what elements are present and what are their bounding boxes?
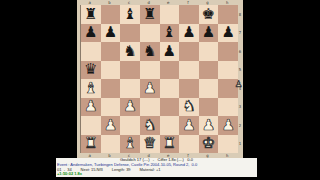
square-e5[interactable] <box>160 61 180 80</box>
square-g1[interactable]: ♚ <box>199 135 219 154</box>
white-bishop: ♝ <box>123 136 136 151</box>
square-e4[interactable] <box>160 79 180 98</box>
square-a4[interactable]: ♝ <box>81 79 101 98</box>
square-c2[interactable] <box>120 116 140 135</box>
square-h1[interactable] <box>218 135 238 154</box>
square-d3[interactable] <box>140 98 160 117</box>
square-f2[interactable]: ♟ <box>179 116 199 135</box>
square-f5[interactable] <box>179 61 199 80</box>
square-h7[interactable]: ♟ <box>218 24 238 43</box>
square-g3[interactable] <box>199 98 219 117</box>
square-a8[interactable]: ♜ <box>81 5 101 24</box>
white-pawn-material-icon: ♙ <box>234 78 243 90</box>
square-e7[interactable]: ♝ <box>160 24 180 43</box>
black-pawn: ♟ <box>104 25 117 40</box>
white-pawn: ♟ <box>123 99 136 114</box>
square-c8[interactable]: ♝ <box>120 5 140 24</box>
square-h8[interactable] <box>218 5 238 24</box>
square-b4[interactable] <box>101 79 121 98</box>
square-f1[interactable] <box>179 135 199 154</box>
black-rook: ♜ <box>143 6 156 21</box>
square-a5[interactable]: ♛ <box>81 61 101 80</box>
white-pawn: ♟ <box>143 80 156 95</box>
coord-label-5: 5 <box>237 61 243 80</box>
square-f3[interactable]: ♞ <box>179 98 199 117</box>
square-f4[interactable] <box>179 79 199 98</box>
white-queen: ♛ <box>143 136 156 151</box>
clock-line: +1:50:02 1.8x <box>56 172 257 177</box>
square-g5[interactable] <box>199 61 219 80</box>
square-d7[interactable] <box>140 24 160 43</box>
game-info-bar: Gouldich 17 (....) - Ciffer 1.8x (....) … <box>56 158 257 177</box>
black-pawn: ♟ <box>182 25 195 40</box>
black-pawn: ♟ <box>202 25 215 40</box>
square-g6[interactable] <box>199 42 219 61</box>
square-c5[interactable] <box>120 61 140 80</box>
square-a3[interactable]: ♟ <box>81 98 101 117</box>
square-g7[interactable]: ♟ <box>199 24 219 43</box>
square-a6[interactable] <box>81 42 101 61</box>
white-knight: ♞ <box>143 117 156 132</box>
white-pawn: ♟ <box>221 117 234 132</box>
black-pawn: ♟ <box>84 25 97 40</box>
black-queen: ♛ <box>84 62 97 77</box>
square-f7[interactable]: ♟ <box>179 24 199 43</box>
square-e2[interactable] <box>160 116 180 135</box>
square-c3[interactable]: ♟ <box>120 98 140 117</box>
chess-board: abcdefgh ♜♝♜♚♟♟♝♟♟♟♞♞♟♛♝♟♟♟♞♟♞♟♟♟♜♝♛♜♚ 8… <box>77 0 243 158</box>
square-d4[interactable]: ♟ <box>140 79 160 98</box>
square-b3[interactable] <box>101 98 121 117</box>
square-e6[interactable]: ♟ <box>160 42 180 61</box>
square-b5[interactable] <box>101 61 121 80</box>
white-king: ♚ <box>202 136 215 151</box>
white-pawn: ♟ <box>104 117 117 132</box>
white-rook: ♜ <box>84 136 97 151</box>
square-f6[interactable] <box>179 42 199 61</box>
square-b1[interactable] <box>101 135 121 154</box>
black-knight: ♞ <box>143 43 156 58</box>
square-g2[interactable]: ♟ <box>199 116 219 135</box>
square-a2[interactable] <box>81 116 101 135</box>
square-g4[interactable] <box>199 79 219 98</box>
square-g8[interactable]: ♚ <box>199 5 219 24</box>
black-rook: ♜ <box>84 6 97 21</box>
square-h2[interactable]: ♟ <box>218 116 238 135</box>
square-b6[interactable] <box>101 42 121 61</box>
coord-label-1: 1 <box>237 135 243 154</box>
square-c1[interactable]: ♝ <box>120 135 140 154</box>
white-rook: ♜ <box>163 136 176 151</box>
coord-label-7: 7 <box>237 24 243 43</box>
square-b2[interactable]: ♟ <box>101 116 121 135</box>
square-d2[interactable]: ♞ <box>140 116 160 135</box>
square-d8[interactable]: ♜ <box>140 5 160 24</box>
white-bishop: ♝ <box>84 80 97 95</box>
square-h6[interactable] <box>218 42 238 61</box>
coord-label-3: 3 <box>237 98 243 117</box>
video-frame: { "game": "chess", "position": { "fen": … <box>0 0 320 180</box>
coord-label-2: 2 <box>237 116 243 135</box>
square-d1[interactable]: ♛ <box>140 135 160 154</box>
black-pawn: ♟ <box>221 25 234 40</box>
black-king: ♚ <box>202 6 215 21</box>
coord-label-8: 8 <box>237 5 243 24</box>
square-c7[interactable] <box>120 24 140 43</box>
square-f8[interactable] <box>179 5 199 24</box>
square-d6[interactable]: ♞ <box>140 42 160 61</box>
white-pawn: ♟ <box>182 117 195 132</box>
black-knight: ♞ <box>123 43 136 58</box>
square-c4[interactable] <box>120 79 140 98</box>
board-grid: ♜♝♜♚♟♟♝♟♟♟♞♞♟♛♝♟♟♟♞♟♞♟♟♟♜♝♛♜♚ <box>80 5 238 153</box>
white-pawn: ♟ <box>202 117 215 132</box>
square-e3[interactable] <box>160 98 180 117</box>
white-knight: ♞ <box>182 99 195 114</box>
square-h5[interactable] <box>218 61 238 80</box>
square-b7[interactable]: ♟ <box>101 24 121 43</box>
square-c6[interactable]: ♞ <box>120 42 140 61</box>
square-h3[interactable] <box>218 98 238 117</box>
square-d5[interactable] <box>140 61 160 80</box>
black-bishop: ♝ <box>123 6 136 21</box>
square-a1[interactable]: ♜ <box>81 135 101 154</box>
square-e8[interactable] <box>160 5 180 24</box>
square-a7[interactable]: ♟ <box>81 24 101 43</box>
black-bishop: ♝ <box>163 25 176 40</box>
square-e1[interactable]: ♜ <box>160 135 180 154</box>
square-b8[interactable] <box>101 5 121 24</box>
white-pawn: ♟ <box>84 99 97 114</box>
black-pawn: ♟ <box>163 43 176 58</box>
coord-label-6: 6 <box>237 42 243 61</box>
